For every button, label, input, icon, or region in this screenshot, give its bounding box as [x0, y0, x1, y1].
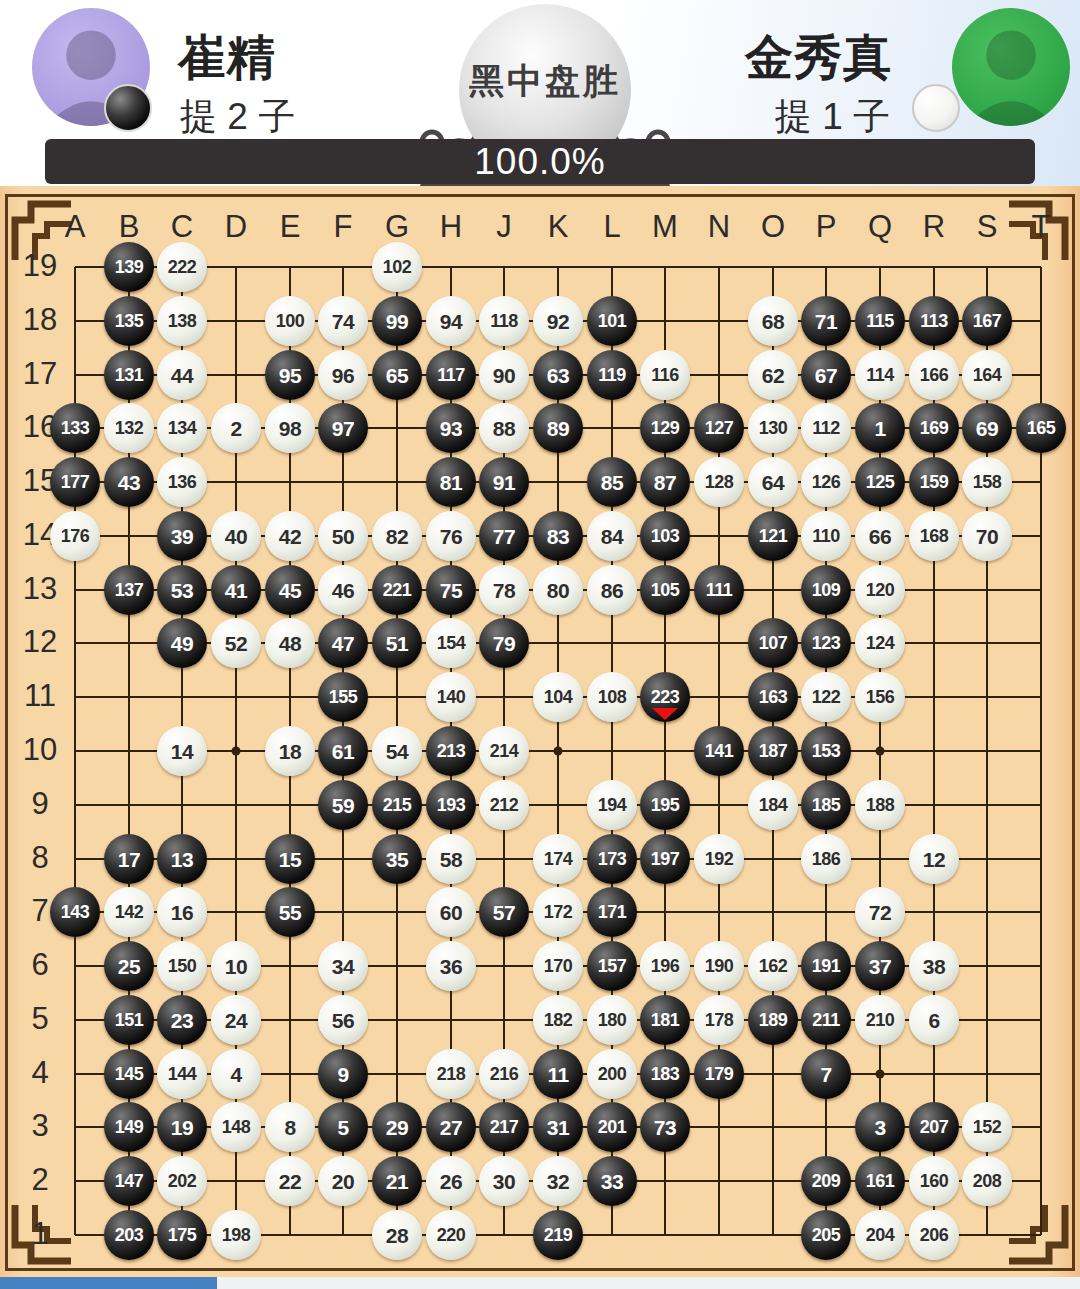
move-number: 145 [115, 1065, 144, 1083]
move-number: 4 [230, 1064, 241, 1085]
move-number: 158 [973, 473, 1002, 491]
stone-O15[interactable]: 64 [748, 457, 798, 507]
stone-G10[interactable]: 54 [372, 726, 422, 776]
stone-G12[interactable]: 51 [372, 618, 422, 668]
move-number: 189 [759, 1011, 788, 1029]
stone-H12[interactable]: 154 [426, 618, 476, 668]
stone-O6[interactable]: 162 [748, 941, 798, 991]
stone-F3[interactable]: 5 [318, 1102, 368, 1152]
move-number: 124 [866, 634, 895, 652]
stone-K14[interactable]: 83 [533, 511, 583, 561]
stone-L3[interactable]: 201 [587, 1102, 637, 1152]
stone-P12[interactable]: 123 [801, 618, 851, 668]
move-number: 176 [61, 527, 90, 545]
stone-S3[interactable]: 152 [962, 1102, 1012, 1152]
column-label-B: B [102, 209, 156, 245]
stone-L15[interactable]: 85 [587, 457, 637, 507]
stone-O9[interactable]: 184 [748, 780, 798, 830]
stone-G14[interactable]: 82 [372, 511, 422, 561]
stone-P1[interactable]: 205 [801, 1210, 851, 1260]
go-board[interactable]: ABCDEFGHJKLMNOPQRST191817161514131211109… [0, 186, 1080, 1277]
stone-H18[interactable]: 94 [426, 296, 476, 346]
stone-S15[interactable]: 158 [962, 457, 1012, 507]
stone-F2[interactable]: 20 [318, 1156, 368, 1206]
stone-R18[interactable]: 113 [909, 296, 959, 346]
stone-J4[interactable]: 216 [479, 1049, 529, 1099]
stone-L7[interactable]: 171 [587, 887, 637, 937]
stone-M4[interactable]: 183 [640, 1049, 690, 1099]
stone-Q7[interactable]: 72 [855, 887, 905, 937]
stone-O17[interactable]: 62 [748, 350, 798, 400]
winrate-value: 100.0% [474, 141, 606, 183]
move-number: 169 [920, 419, 949, 437]
move-number: 95 [279, 365, 301, 386]
stone-B15[interactable]: 43 [104, 457, 154, 507]
move-number: 83 [547, 526, 569, 547]
stone-O10[interactable]: 187 [748, 726, 798, 776]
stone-B3[interactable]: 149 [104, 1102, 154, 1152]
stone-A16[interactable]: 133 [50, 403, 100, 453]
stone-R14[interactable]: 168 [909, 511, 959, 561]
move-number: 48 [279, 633, 301, 654]
stone-G3[interactable]: 29 [372, 1102, 422, 1152]
stone-G18[interactable]: 99 [372, 296, 422, 346]
stone-Q16[interactable]: 1 [855, 403, 905, 453]
stone-N4[interactable]: 179 [694, 1049, 744, 1099]
stone-H11[interactable]: 140 [426, 672, 476, 722]
stone-M8[interactable]: 197 [640, 834, 690, 884]
column-label-G: G [370, 209, 424, 245]
stone-L4[interactable]: 200 [587, 1049, 637, 1099]
stone-L17[interactable]: 119 [587, 350, 637, 400]
move-number: 155 [329, 688, 358, 706]
stone-L18[interactable]: 101 [587, 296, 637, 346]
stone-K2[interactable]: 32 [533, 1156, 583, 1206]
move-number: 187 [759, 742, 788, 760]
stone-B1[interactable]: 203 [104, 1210, 154, 1260]
stone-N10[interactable]: 141 [694, 726, 744, 776]
move-number: 49 [171, 633, 193, 654]
move-number: 90 [493, 365, 515, 386]
move-number: 24 [225, 1010, 247, 1031]
stone-Q1[interactable]: 204 [855, 1210, 905, 1260]
move-number: 173 [598, 850, 627, 868]
stone-D12[interactable]: 52 [211, 618, 261, 668]
stone-H4[interactable]: 218 [426, 1049, 476, 1099]
move-number: 184 [759, 796, 788, 814]
move-number: 54 [386, 741, 408, 762]
stone-B7[interactable]: 142 [104, 887, 154, 937]
stone-T16[interactable]: 165 [1016, 403, 1066, 453]
stone-R8[interactable]: 12 [909, 834, 959, 884]
move-number: 7 [820, 1064, 831, 1085]
move-number: 107 [759, 634, 788, 652]
stone-R15[interactable]: 159 [909, 457, 959, 507]
stone-C3[interactable]: 19 [157, 1102, 207, 1152]
stone-G19[interactable]: 102 [372, 242, 422, 292]
stone-B18[interactable]: 135 [104, 296, 154, 346]
stone-C16[interactable]: 134 [157, 403, 207, 453]
move-number: 19 [171, 1117, 193, 1138]
move-number: 130 [759, 419, 788, 437]
stone-J12[interactable]: 79 [479, 618, 529, 668]
stone-M15[interactable]: 87 [640, 457, 690, 507]
stone-P18[interactable]: 71 [801, 296, 851, 346]
stone-O5[interactable]: 189 [748, 995, 798, 1045]
stone-F13[interactable]: 46 [318, 565, 368, 615]
stone-D3[interactable]: 148 [211, 1102, 261, 1152]
move-number: 149 [115, 1118, 144, 1136]
stone-R1[interactable]: 206 [909, 1210, 959, 1260]
stone-Q13[interactable]: 120 [855, 565, 905, 615]
stone-J9[interactable]: 212 [479, 780, 529, 830]
star-point [232, 747, 241, 756]
stone-C8[interactable]: 13 [157, 834, 207, 884]
row-label-11: 11 [12, 678, 68, 714]
stone-C12[interactable]: 49 [157, 618, 207, 668]
stone-K4[interactable]: 11 [533, 1049, 583, 1099]
stone-L2[interactable]: 33 [587, 1156, 637, 1206]
stone-F11[interactable]: 155 [318, 672, 368, 722]
stone-D4[interactable]: 4 [211, 1049, 261, 1099]
stone-C18[interactable]: 138 [157, 296, 207, 346]
stone-H10[interactable]: 213 [426, 726, 476, 776]
stone-A7[interactable]: 143 [50, 887, 100, 937]
stone-O18[interactable]: 68 [748, 296, 798, 346]
stone-E8[interactable]: 15 [265, 834, 315, 884]
stone-F14[interactable]: 50 [318, 511, 368, 561]
move-number: 112 [812, 419, 840, 437]
stone-Q2[interactable]: 161 [855, 1156, 905, 1206]
column-label-A: A [48, 209, 102, 245]
stone-S17[interactable]: 164 [962, 350, 1012, 400]
stone-Q18[interactable]: 115 [855, 296, 905, 346]
stone-J17[interactable]: 90 [479, 350, 529, 400]
stone-N6[interactable]: 190 [694, 941, 744, 991]
stone-L14[interactable]: 84 [587, 511, 637, 561]
stone-N8[interactable]: 192 [694, 834, 744, 884]
move-number: 119 [598, 366, 626, 384]
stone-C7[interactable]: 16 [157, 887, 207, 937]
stone-G9[interactable]: 215 [372, 780, 422, 830]
move-number: 34 [332, 956, 354, 977]
stone-L8[interactable]: 173 [587, 834, 637, 884]
stone-M3[interactable]: 73 [640, 1102, 690, 1152]
stone-O12[interactable]: 107 [748, 618, 798, 668]
stone-P6[interactable]: 191 [801, 941, 851, 991]
stone-E3[interactable]: 8 [265, 1102, 315, 1152]
move-number: 57 [493, 902, 515, 923]
move-number: 65 [386, 365, 408, 386]
stone-L6[interactable]: 157 [587, 941, 637, 991]
stone-E17[interactable]: 95 [265, 350, 315, 400]
stone-F6[interactable]: 34 [318, 941, 368, 991]
match-header: 崔精 提 2 子 黑中盘胜 金秀真 提 1 子 100.0% [0, 0, 1080, 186]
stone-P13[interactable]: 109 [801, 565, 851, 615]
stone-M14[interactable]: 103 [640, 511, 690, 561]
move-number: 172 [544, 903, 573, 921]
stone-H6[interactable]: 36 [426, 941, 476, 991]
stone-F18[interactable]: 74 [318, 296, 368, 346]
stone-F12[interactable]: 47 [318, 618, 368, 668]
stone-K8[interactable]: 174 [533, 834, 583, 884]
move-number: 8 [284, 1117, 295, 1138]
stone-R17[interactable]: 166 [909, 350, 959, 400]
stone-P4[interactable]: 7 [801, 1049, 851, 1099]
stone-J7[interactable]: 57 [479, 887, 529, 937]
stone-P5[interactable]: 211 [801, 995, 851, 1045]
stone-P9[interactable]: 185 [801, 780, 851, 830]
stone-P17[interactable]: 67 [801, 350, 851, 400]
move-number: 138 [168, 312, 197, 330]
stone-J16[interactable]: 88 [479, 403, 529, 453]
stone-M6[interactable]: 196 [640, 941, 690, 991]
stone-E13[interactable]: 45 [265, 565, 315, 615]
stone-R3[interactable]: 207 [909, 1102, 959, 1152]
stone-C14[interactable]: 39 [157, 511, 207, 561]
stone-K16[interactable]: 89 [533, 403, 583, 453]
stone-D16[interactable]: 2 [211, 403, 261, 453]
move-number: 180 [598, 1011, 627, 1029]
move-number: 121 [759, 527, 788, 545]
move-number: 202 [168, 1172, 197, 1190]
stone-C5[interactable]: 23 [157, 995, 207, 1045]
stone-P15[interactable]: 126 [801, 457, 851, 507]
player-white-captures: 提 1 子 [775, 92, 890, 142]
stone-J14[interactable]: 77 [479, 511, 529, 561]
stone-H1[interactable]: 220 [426, 1210, 476, 1260]
stone-K5[interactable]: 182 [533, 995, 583, 1045]
stone-F5[interactable]: 56 [318, 995, 368, 1045]
stone-Q9[interactable]: 188 [855, 780, 905, 830]
stone-J3[interactable]: 217 [479, 1102, 529, 1152]
stone-J18[interactable]: 118 [479, 296, 529, 346]
stone-R6[interactable]: 38 [909, 941, 959, 991]
row-label-6: 6 [12, 947, 68, 983]
stone-M17[interactable]: 116 [640, 350, 690, 400]
stone-J13[interactable]: 78 [479, 565, 529, 615]
stone-B16[interactable]: 132 [104, 403, 154, 453]
stone-F17[interactable]: 96 [318, 350, 368, 400]
stone-P2[interactable]: 209 [801, 1156, 851, 1206]
stone-G8[interactable]: 35 [372, 834, 422, 884]
stone-P11[interactable]: 122 [801, 672, 851, 722]
move-number: 194 [598, 796, 627, 814]
stone-K3[interactable]: 31 [533, 1102, 583, 1152]
stone-E7[interactable]: 55 [265, 887, 315, 937]
stone-C15[interactable]: 136 [157, 457, 207, 507]
stone-K18[interactable]: 92 [533, 296, 583, 346]
stone-S2[interactable]: 208 [962, 1156, 1012, 1206]
stone-L13[interactable]: 86 [587, 565, 637, 615]
move-number: 51 [386, 633, 408, 654]
stone-K17[interactable]: 63 [533, 350, 583, 400]
move-number: 206 [920, 1226, 949, 1244]
stone-Q12[interactable]: 124 [855, 618, 905, 668]
stone-P16[interactable]: 112 [801, 403, 851, 453]
stone-G1[interactable]: 28 [372, 1210, 422, 1260]
stone-D6[interactable]: 10 [211, 941, 261, 991]
star-point [876, 1070, 885, 1079]
stone-H14[interactable]: 76 [426, 511, 476, 561]
star-point [876, 747, 885, 756]
stone-F10[interactable]: 61 [318, 726, 368, 776]
move-number: 69 [976, 418, 998, 439]
stone-R16[interactable]: 169 [909, 403, 959, 453]
move-number: 100 [276, 312, 305, 330]
stone-M16[interactable]: 129 [640, 403, 690, 453]
move-number: 74 [332, 311, 354, 332]
stone-K7[interactable]: 172 [533, 887, 583, 937]
move-number: 55 [279, 902, 301, 923]
move-number: 211 [812, 1011, 840, 1029]
stone-A15[interactable]: 177 [50, 457, 100, 507]
row-label-10: 10 [12, 732, 68, 768]
move-number: 196 [651, 957, 680, 975]
stone-G13[interactable]: 221 [372, 565, 422, 615]
stone-P10[interactable]: 153 [801, 726, 851, 776]
stone-P8[interactable]: 186 [801, 834, 851, 884]
stone-G2[interactable]: 21 [372, 1156, 422, 1206]
stone-Q3[interactable]: 3 [855, 1102, 905, 1152]
stone-C19[interactable]: 222 [157, 242, 207, 292]
stone-B5[interactable]: 151 [104, 995, 154, 1045]
column-label-M: M [638, 209, 692, 245]
move-number: 16 [171, 902, 193, 923]
stone-C13[interactable]: 53 [157, 565, 207, 615]
stone-J15[interactable]: 91 [479, 457, 529, 507]
move-number: 10 [225, 956, 247, 977]
stone-C17[interactable]: 44 [157, 350, 207, 400]
stone-C2[interactable]: 202 [157, 1156, 207, 1206]
stone-N16[interactable]: 127 [694, 403, 744, 453]
move-number: 182 [544, 1011, 573, 1029]
stone-H16[interactable]: 93 [426, 403, 476, 453]
stone-H8[interactable]: 58 [426, 834, 476, 884]
stone-Q5[interactable]: 210 [855, 995, 905, 1045]
stone-M5[interactable]: 181 [640, 995, 690, 1045]
stone-N13[interactable]: 111 [694, 565, 744, 615]
stone-H7[interactable]: 60 [426, 887, 476, 937]
stone-H2[interactable]: 26 [426, 1156, 476, 1206]
player-white-avatar [952, 8, 1070, 126]
stone-H3[interactable]: 27 [426, 1102, 476, 1152]
stone-E12[interactable]: 48 [265, 618, 315, 668]
move-number: 160 [920, 1172, 949, 1190]
stone-J2[interactable]: 30 [479, 1156, 529, 1206]
stone-D5[interactable]: 24 [211, 995, 261, 1045]
stone-H13[interactable]: 75 [426, 565, 476, 615]
stone-C6[interactable]: 150 [157, 941, 207, 991]
move-number: 168 [920, 527, 949, 545]
stone-A14[interactable]: 176 [50, 511, 100, 561]
stone-B19[interactable]: 139 [104, 242, 154, 292]
move-number: 190 [705, 957, 734, 975]
stone-F16[interactable]: 97 [318, 403, 368, 453]
move-number: 181 [651, 1011, 680, 1029]
stone-K11[interactable]: 104 [533, 672, 583, 722]
stone-L9[interactable]: 194 [587, 780, 637, 830]
stone-K6[interactable]: 170 [533, 941, 583, 991]
move-number: 40 [225, 526, 247, 547]
stone-M9[interactable]: 195 [640, 780, 690, 830]
move-number: 94 [440, 311, 462, 332]
stone-B17[interactable]: 131 [104, 350, 154, 400]
stone-Q14[interactable]: 66 [855, 511, 905, 561]
stone-C10[interactable]: 14 [157, 726, 207, 776]
stone-L11[interactable]: 108 [587, 672, 637, 722]
stone-B13[interactable]: 137 [104, 565, 154, 615]
row-label-5: 5 [12, 1001, 68, 1037]
stone-D13[interactable]: 41 [211, 565, 261, 615]
stone-M13[interactable]: 105 [640, 565, 690, 615]
stone-N15[interactable]: 128 [694, 457, 744, 507]
stone-Q17[interactable]: 114 [855, 350, 905, 400]
move-number: 32 [547, 1171, 569, 1192]
stone-R5[interactable]: 6 [909, 995, 959, 1045]
stone-Q6[interactable]: 37 [855, 941, 905, 991]
move-number: 162 [759, 957, 788, 975]
stone-E2[interactable]: 22 [265, 1156, 315, 1206]
stone-B8[interactable]: 17 [104, 834, 154, 884]
stone-L5[interactable]: 180 [587, 995, 637, 1045]
stone-F4[interactable]: 9 [318, 1049, 368, 1099]
stone-D14[interactable]: 40 [211, 511, 261, 561]
stone-C1[interactable]: 175 [157, 1210, 207, 1260]
stone-O11[interactable]: 163 [748, 672, 798, 722]
move-number: 6 [928, 1010, 939, 1031]
stone-E16[interactable]: 98 [265, 403, 315, 453]
row-label-18: 18 [12, 302, 68, 338]
stone-C4[interactable]: 144 [157, 1049, 207, 1099]
stone-B4[interactable]: 145 [104, 1049, 154, 1099]
stone-H9[interactable]: 193 [426, 780, 476, 830]
move-number: 13 [171, 849, 193, 870]
stone-E10[interactable]: 18 [265, 726, 315, 776]
stone-O14[interactable]: 121 [748, 511, 798, 561]
stone-K13[interactable]: 80 [533, 565, 583, 615]
move-number: 99 [386, 311, 408, 332]
stone-J10[interactable]: 214 [479, 726, 529, 776]
stone-N5[interactable]: 178 [694, 995, 744, 1045]
stone-B2[interactable]: 147 [104, 1156, 154, 1206]
stone-H17[interactable]: 117 [426, 350, 476, 400]
move-number: 93 [440, 418, 462, 439]
stone-Q15[interactable]: 125 [855, 457, 905, 507]
move-number: 142 [115, 903, 144, 921]
result-badge: 黑中盘胜 [410, 58, 680, 105]
stone-Q11[interactable]: 156 [855, 672, 905, 722]
stone-S16[interactable]: 69 [962, 403, 1012, 453]
stone-S14[interactable]: 70 [962, 511, 1012, 561]
stone-G17[interactable]: 65 [372, 350, 422, 400]
stone-E18[interactable]: 100 [265, 296, 315, 346]
stone-D1[interactable]: 198 [211, 1210, 261, 1260]
stone-K1[interactable]: 219 [533, 1210, 583, 1260]
stone-O16[interactable]: 130 [748, 403, 798, 453]
move-number: 213 [437, 742, 466, 760]
stone-R2[interactable]: 160 [909, 1156, 959, 1206]
stone-S18[interactable]: 167 [962, 296, 1012, 346]
move-number: 148 [222, 1118, 251, 1136]
stone-B6[interactable]: 25 [104, 941, 154, 991]
stone-F9[interactable]: 59 [318, 780, 368, 830]
stone-M11[interactable]: 223 [640, 672, 690, 722]
stone-P14[interactable]: 110 [801, 511, 851, 561]
stone-E14[interactable]: 42 [265, 511, 315, 561]
stone-H15[interactable]: 81 [426, 457, 476, 507]
move-number: 82 [386, 526, 408, 547]
